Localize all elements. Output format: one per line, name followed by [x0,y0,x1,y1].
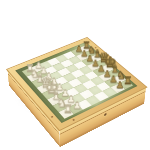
piece-black-pawn[interactable]: ♟ [114,80,124,89]
drawer-knob [104,113,107,117]
brass-pin-icon [72,119,75,121]
wooden-chess-box: ♜♟♟♜♞♟♟♞♝♟♟♝♛♟♟♛♚♟♟♚♝♟♟♝♞♟♟♞♜♟♟♜ [6,37,148,131]
chess-set-photo: ♜♟♟♜♞♟♟♞♝♟♟♝♛♟♟♛♚♟♟♚♝♟♟♝♞♟♟♞♜♟♟♜ [0,0,150,150]
brass-pin-icon [51,116,54,118]
piece-white-rook[interactable]: ♜ [62,104,73,115]
